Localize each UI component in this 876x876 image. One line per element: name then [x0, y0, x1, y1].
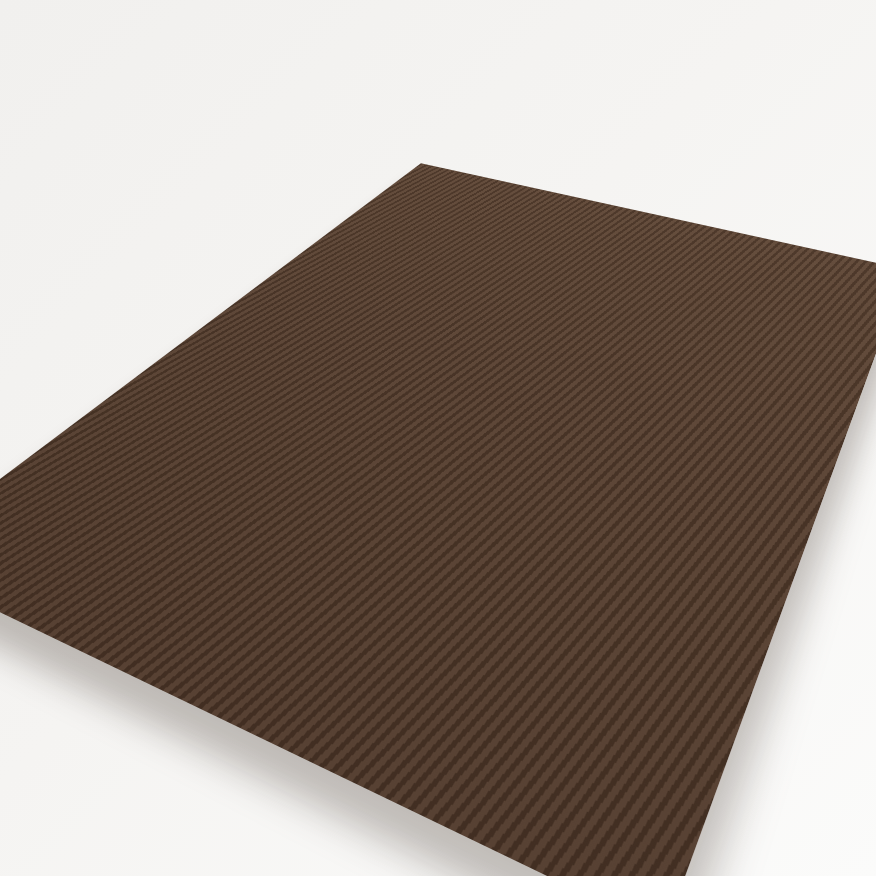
product-photo-frame	[0, 0, 876, 876]
photo-scene	[0, 0, 876, 876]
chess-board-plane	[0, 147, 876, 876]
